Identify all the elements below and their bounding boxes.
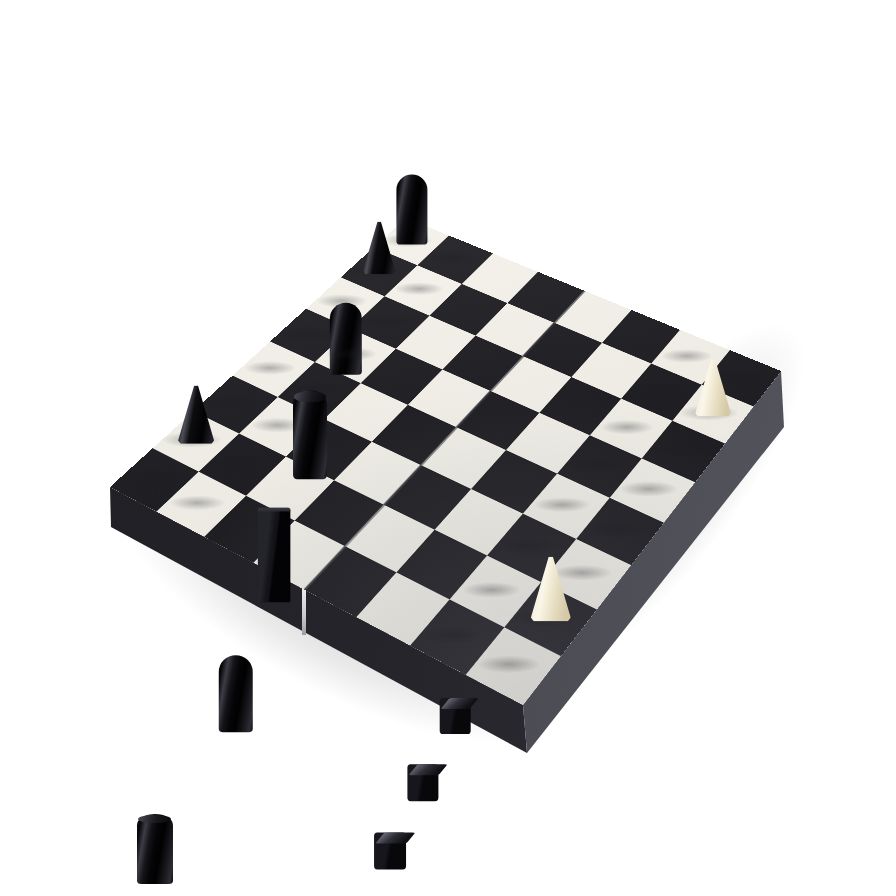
piece-shadow: [598, 419, 656, 435]
piece-shadow: [659, 348, 715, 363]
piece-shadow: [649, 442, 709, 458]
piece-shadow: [393, 282, 446, 296]
piece-shadow: [629, 383, 686, 398]
product-photo-stage: [0, 0, 896, 896]
piece-shadow: [566, 457, 625, 473]
black-knight: [177, 386, 215, 444]
piece-shadow: [421, 627, 486, 645]
piece-shadow: [203, 395, 262, 411]
black-bishop: [219, 655, 254, 732]
piece-shadow: [278, 326, 336, 342]
black-king: [257, 508, 290, 603]
piece-shadow: [209, 455, 268, 471]
piece-shadow: [497, 538, 559, 555]
piece-shadow: [242, 360, 298, 375]
piece-shadow: [617, 480, 681, 497]
piece-shadow: [167, 494, 227, 510]
black-pawn: [374, 832, 406, 870]
piece-shadow: [120, 470, 181, 487]
piece-shadow: [425, 251, 477, 265]
black-pawn: [408, 764, 439, 801]
pieces-layer: [0, 0, 896, 896]
black-bishop: [329, 303, 361, 375]
piece-shadow: [585, 522, 646, 539]
black-rook: [137, 814, 173, 884]
piece-shadow: [287, 381, 344, 396]
black-knight: [362, 222, 397, 275]
piece-shadow: [460, 581, 523, 598]
black-rook: [396, 175, 427, 244]
black-queen: [293, 391, 327, 480]
piece-shadow: [324, 347, 379, 362]
piece-shadow: [532, 496, 593, 512]
black-pawn: [440, 698, 471, 734]
piece-shadow: [550, 564, 615, 582]
piece-shadow: [249, 417, 307, 433]
piece-shadow: [359, 314, 413, 329]
piece-shadow: [476, 655, 544, 673]
white-knight: [694, 359, 732, 417]
